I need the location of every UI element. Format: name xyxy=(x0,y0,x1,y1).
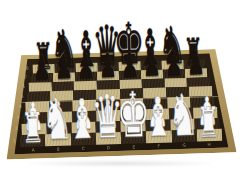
square-h1: ♜ xyxy=(197,129,223,142)
square-d2: ♟ xyxy=(96,120,121,132)
square-g4 xyxy=(167,97,191,108)
rank-label-1: 1 xyxy=(13,139,16,143)
file-label-C: C xyxy=(82,147,85,151)
rank-label-4: 4 xyxy=(19,105,22,109)
square-e2: ♟ xyxy=(120,120,145,132)
square-c1: ♝ xyxy=(70,133,96,146)
rank-label-5: 5 xyxy=(20,94,23,98)
square-e3 xyxy=(120,109,145,121)
file-label-F: F xyxy=(157,144,160,148)
square-d4 xyxy=(96,99,120,110)
square-b4 xyxy=(49,100,73,111)
file-label-A: A xyxy=(31,148,34,152)
square-b2: ♟ xyxy=(46,122,71,134)
square-c2: ♟ xyxy=(71,121,96,133)
chess-set-photo: ♜♞♝♛♚♝♞♜♟♟♟♟♟♟♟♟♟♟♟♟♟♟♟♟♜♞♝♛♚♝♞♜ 8765432… xyxy=(0,0,240,180)
square-h3 xyxy=(193,106,218,118)
square-f3 xyxy=(144,108,169,120)
rank-label-6: 6 xyxy=(22,85,25,89)
square-b1: ♞ xyxy=(45,134,71,147)
file-label-G: G xyxy=(183,143,186,147)
square-a1: ♜ xyxy=(20,134,46,147)
file-label-B: B xyxy=(56,147,59,151)
square-c3 xyxy=(72,110,97,122)
rank-label-7: 7 xyxy=(24,75,27,79)
square-a3 xyxy=(23,112,48,124)
square-a2: ♟ xyxy=(22,123,47,135)
chessboard: ♜♞♝♛♚♝♞♜♟♟♟♟♟♟♟♟♟♟♟♟♟♟♟♟♜♞♝♛♚♝♞♜ 8765432… xyxy=(0,42,240,169)
file-label-E: E xyxy=(132,145,135,149)
square-e4 xyxy=(120,98,144,109)
piece-black-B-c8: ♝ xyxy=(72,24,100,74)
square-e1: ♚ xyxy=(121,131,147,144)
square-g1: ♞ xyxy=(171,130,197,143)
square-g3 xyxy=(169,107,194,119)
square-d1: ♛ xyxy=(96,132,122,145)
square-d3 xyxy=(96,109,121,121)
square-h2: ♟ xyxy=(195,117,220,129)
square-g2: ♟ xyxy=(170,118,195,130)
square-c4 xyxy=(73,100,97,111)
square-b3 xyxy=(47,111,72,123)
file-label-H: H xyxy=(208,143,211,147)
rank-label-2: 2 xyxy=(15,127,18,131)
rank-label-3: 3 xyxy=(16,116,19,120)
board-rows: ♜♞♝♛♚♝♞♜♟♟♟♟♟♟♟♟♟♟♟♟♟♟♟♟♜♞♝♛♚♝♞♜ xyxy=(0,42,236,49)
square-f1: ♝ xyxy=(146,130,172,143)
square-h4 xyxy=(191,96,215,107)
square-a4 xyxy=(25,101,49,112)
rank-label-8: 8 xyxy=(26,66,29,70)
square-f4 xyxy=(143,98,167,109)
piece-black-B-f8: ♝ xyxy=(136,22,164,72)
board-coordinates: 87654321ABCDEFGH xyxy=(0,42,236,49)
square-f2: ♟ xyxy=(145,119,170,131)
file-label-D: D xyxy=(107,146,110,150)
